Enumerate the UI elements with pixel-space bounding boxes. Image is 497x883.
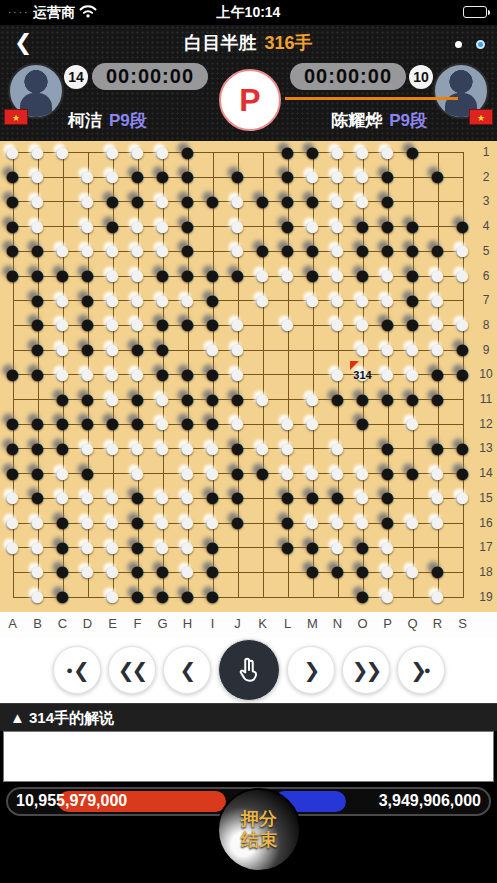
row-label: 10 xyxy=(477,367,495,381)
black-stone[interactable]: ● xyxy=(300,559,326,585)
row-label: 4 xyxy=(477,219,495,233)
players-bar: ★ ★ 14 00:00:00 00:00:00 10 P 柯洁P9段 陈耀烨P… xyxy=(0,61,497,141)
page-dot-1[interactable] xyxy=(455,41,462,48)
fast-forward-button[interactable]: ❯❯ xyxy=(342,646,390,694)
player-right-rank: P9段 xyxy=(389,111,427,130)
flag-left: ★ xyxy=(4,109,28,125)
row-label: 8 xyxy=(477,318,495,332)
col-label: I xyxy=(203,616,223,631)
white-stone[interactable]: ● xyxy=(400,411,426,437)
black-stone[interactable]: ● xyxy=(25,362,51,388)
column-labels: ABCDEFGHIJKLMNOPQRS xyxy=(0,612,497,637)
move-number-label: 314 xyxy=(350,369,376,381)
black-stone[interactable]: ● xyxy=(350,411,376,437)
black-stone[interactable]: ● xyxy=(0,362,26,388)
result-title: 白目半胜 xyxy=(184,33,256,53)
col-label: N xyxy=(328,616,348,631)
prev-move-button[interactable]: ❮ xyxy=(163,646,211,694)
white-stone[interactable]: ● xyxy=(100,584,126,610)
page-indicator[interactable] xyxy=(455,40,485,49)
black-stone[interactable]: ● xyxy=(150,584,176,610)
pass-badge: P xyxy=(219,69,281,131)
score-right-value: 3,949,906,000 xyxy=(379,792,481,810)
first-move-button[interactable]: ●❮ xyxy=(53,646,101,694)
clock-right: 00:00:00 xyxy=(290,63,406,90)
row-label: 16 xyxy=(477,516,495,530)
white-stone[interactable]: ● xyxy=(400,559,426,585)
last-move-button[interactable]: ❯● xyxy=(397,646,445,694)
bottom-section: 10,955,979,000 3,949,906,000 押分 结束 退出分享A… xyxy=(0,782,497,883)
white-stone[interactable]: ● xyxy=(425,584,451,610)
col-label: B xyxy=(28,616,48,631)
white-stone[interactable]: ● xyxy=(250,387,276,413)
row-label: 9 xyxy=(477,343,495,357)
row-label: 17 xyxy=(477,540,495,554)
row-label: 19 xyxy=(477,590,495,604)
black-stone[interactable]: ● xyxy=(400,461,426,487)
black-stone[interactable]: ● xyxy=(125,584,151,610)
captures-left-badge: 14 xyxy=(64,65,88,89)
end-label: 结束 xyxy=(241,830,277,851)
go-app: ···· 运营商 上午10:14 ❮ 白目半胜316手 ★ ★ 14 00:00… xyxy=(0,0,497,883)
black-stone[interactable]: ● xyxy=(400,140,426,166)
white-stone[interactable]: ● xyxy=(75,559,101,585)
col-label: F xyxy=(128,616,148,631)
header-bar: ❮ 白目半胜316手 xyxy=(0,25,497,61)
col-label: E xyxy=(103,616,123,631)
grid-line-v xyxy=(263,152,264,598)
commentary-header[interactable]: ▲ 314手的解说 xyxy=(0,703,497,731)
row-label: 11 xyxy=(477,392,495,406)
go-board[interactable]: 12345678910111213141516171819●●●●●●●●●●●… xyxy=(0,141,497,612)
white-stone[interactable]: ● xyxy=(325,312,351,338)
col-label: P xyxy=(378,616,398,631)
fast-rewind-button[interactable]: ❮❮ xyxy=(108,646,156,694)
bet-end-button[interactable]: 押分 结束 xyxy=(217,788,301,872)
white-stone[interactable]: ● xyxy=(275,263,301,289)
black-stone[interactable]: ● xyxy=(325,559,351,585)
row-label: 7 xyxy=(477,293,495,307)
black-stone[interactable]: ● xyxy=(250,189,276,215)
white-stone[interactable]: ● xyxy=(400,510,426,536)
row-label: 15 xyxy=(477,491,495,505)
col-label: K xyxy=(253,616,273,631)
col-label: Q xyxy=(403,616,423,631)
white-stone[interactable]: ● xyxy=(50,140,76,166)
next-move-button[interactable]: ❯ xyxy=(287,646,335,694)
black-stone[interactable]: ● xyxy=(350,584,376,610)
row-label: 5 xyxy=(477,244,495,258)
row-label: 3 xyxy=(477,194,495,208)
col-label: H xyxy=(178,616,198,631)
col-label: D xyxy=(78,616,98,631)
black-stone[interactable]: ● xyxy=(50,584,76,610)
col-label: M xyxy=(303,616,323,631)
white-stone[interactable]: ● xyxy=(425,510,451,536)
row-label: 12 xyxy=(477,417,495,431)
move-navigation: ●❮❮❮❮❯❯❯❯● xyxy=(0,637,497,703)
black-stone[interactable]: ● xyxy=(250,461,276,487)
white-stone[interactable]: ● xyxy=(375,584,401,610)
col-label: A xyxy=(3,616,23,631)
col-label: J xyxy=(228,616,248,631)
status-bar: ···· 运营商 上午10:14 xyxy=(0,0,497,25)
white-stone[interactable]: ● xyxy=(100,436,126,462)
black-stone[interactable]: ● xyxy=(425,387,451,413)
black-stone[interactable]: ● xyxy=(175,584,201,610)
row-label: 2 xyxy=(477,170,495,184)
row-label: 6 xyxy=(477,269,495,283)
white-stone[interactable]: ● xyxy=(150,436,176,462)
black-stone[interactable]: ● xyxy=(0,263,26,289)
black-stone[interactable]: ● xyxy=(375,387,401,413)
black-stone[interactable]: ● xyxy=(225,510,251,536)
col-label: S xyxy=(453,616,473,631)
white-stone[interactable]: ● xyxy=(300,288,326,314)
row-label: 18 xyxy=(477,565,495,579)
black-stone[interactable]: ● xyxy=(175,312,201,338)
col-label: O xyxy=(353,616,373,631)
flag-right: ★ xyxy=(469,109,493,125)
bet-label: 押分 xyxy=(241,809,277,830)
captures-right-badge: 10 xyxy=(409,65,433,89)
turn-indicator-line xyxy=(285,97,458,100)
commentary-box xyxy=(3,731,494,782)
white-stone[interactable]: ● xyxy=(275,312,301,338)
white-stone[interactable]: ● xyxy=(300,411,326,437)
col-label: R xyxy=(428,616,448,631)
black-stone[interactable]: ● xyxy=(200,189,226,215)
black-stone[interactable]: ● xyxy=(225,263,251,289)
row-label: 13 xyxy=(477,441,495,455)
col-label: G xyxy=(153,616,173,631)
col-label: C xyxy=(53,616,73,631)
col-label: L xyxy=(278,616,298,631)
page-dot-2[interactable] xyxy=(476,40,485,49)
move-count: 316手 xyxy=(264,33,312,53)
white-stone[interactable]: ● xyxy=(450,485,476,511)
row-label: 14 xyxy=(477,466,495,480)
white-stone[interactable]: ● xyxy=(450,263,476,289)
player-right-name: 陈耀烨P9段 xyxy=(331,109,427,132)
black-stone[interactable]: ● xyxy=(200,584,226,610)
white-stone[interactable]: ● xyxy=(0,535,26,561)
battery-icon xyxy=(463,6,487,18)
hand-tool-button[interactable] xyxy=(218,639,280,701)
player-left-name: 柯洁P9段 xyxy=(68,109,147,132)
clock-left: 00:00:00 xyxy=(92,63,208,90)
player-left-rank: P9段 xyxy=(109,111,147,130)
score-left-value: 10,955,979,000 xyxy=(16,792,127,810)
black-stone[interactable]: ● xyxy=(275,535,301,561)
page-title: 白目半胜316手 xyxy=(0,31,497,55)
clock-time: 上午10:14 xyxy=(0,4,497,22)
black-stone[interactable]: ● xyxy=(325,387,351,413)
black-stone[interactable]: ● xyxy=(425,164,451,190)
black-stone[interactable]: ● xyxy=(450,362,476,388)
row-label: 1 xyxy=(477,145,495,159)
white-stone[interactable]: ● xyxy=(25,584,51,610)
white-stone[interactable]: ● xyxy=(250,288,276,314)
